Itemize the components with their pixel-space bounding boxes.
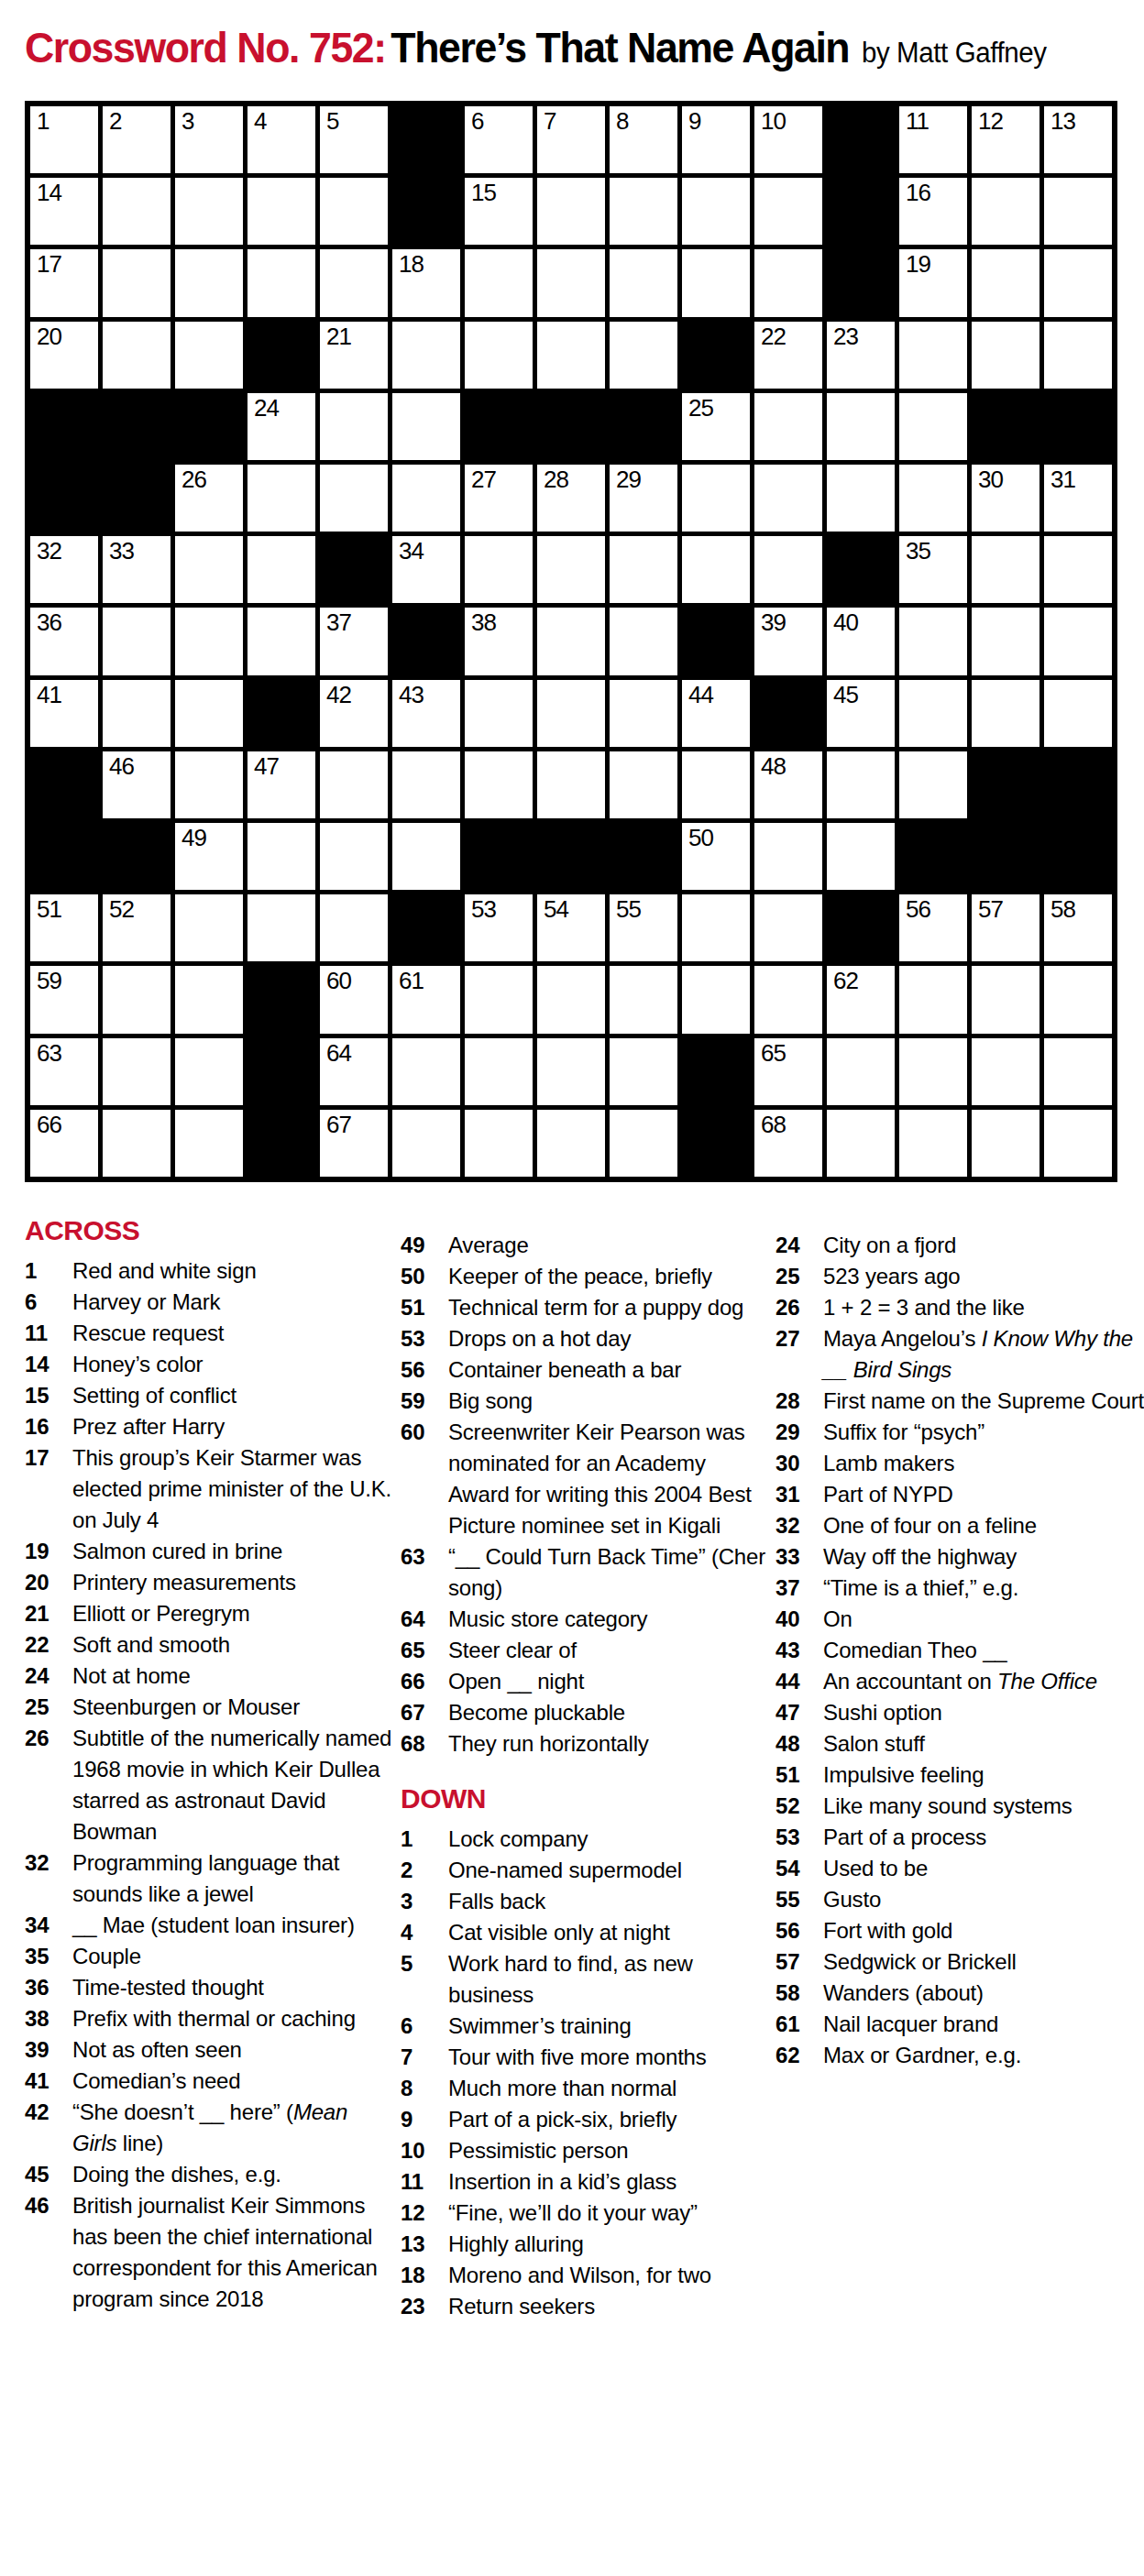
cell-r10c12[interactable] [827,751,895,818]
cell-number: 66 [37,1112,61,1138]
cell-r11c5[interactable] [320,823,388,890]
cell-r5c6[interactable] [392,393,460,460]
cell-r2c8[interactable] [537,178,605,245]
clues-column-2: 49Average50Keeper of the peace, briefly5… [401,1215,769,2322]
cell-r1c1[interactable]: 1 [30,106,98,173]
cell-r10c5[interactable] [320,751,388,818]
cell-r8c13[interactable] [899,608,967,674]
cell-r10c3[interactable] [175,751,243,818]
cell-r6c9[interactable]: 29 [610,465,677,532]
cell-r15c12[interactable] [827,1110,895,1177]
black-cell-r4c10 [682,322,750,389]
cell-number: 54 [544,896,568,923]
cell-r3c10[interactable] [682,249,750,316]
clue-number: 15 [25,1380,72,1411]
cell-number: 44 [688,682,713,708]
cell-r12c4[interactable] [247,894,315,961]
cell-r1c15[interactable]: 13 [1044,106,1112,173]
cell-r15c9[interactable] [610,1110,677,1177]
cell-r14c11[interactable]: 65 [754,1038,822,1105]
cell-r13c11[interactable] [754,966,822,1033]
clue-number: 48 [775,1728,823,1759]
cell-r15c8[interactable] [537,1110,605,1177]
cell-r1c11[interactable]: 10 [754,106,822,173]
clue-number: 59 [401,1386,448,1417]
clue-text: Cat visible only at night [448,1917,769,1948]
clue-across-35: 35Couple [25,1941,393,1972]
cell-r8c8[interactable] [537,608,605,674]
cell-r13c10[interactable] [682,966,750,1033]
clue-across-1: 1Red and white sign [25,1255,393,1287]
clue-number: 18 [401,2260,448,2291]
cell-number: 27 [471,466,496,493]
cell-r4c3[interactable] [175,322,243,389]
cell-r7c3[interactable] [175,536,243,603]
cell-r4c5[interactable]: 21 [320,322,388,389]
clue-number: 24 [25,1661,72,1692]
cell-r7c6[interactable]: 34 [392,536,460,603]
cell-r3c8[interactable] [537,249,605,316]
cell-r7c15[interactable] [1044,536,1112,603]
cell-r2c10[interactable] [682,178,750,245]
clue-number: 54 [775,1853,823,1884]
clue-number: 20 [25,1567,72,1598]
cell-number: 59 [37,968,61,994]
cell-r7c8[interactable] [537,536,605,603]
cell-r10c13[interactable] [899,751,967,818]
cell-r9c1[interactable]: 41 [30,680,98,747]
cell-r14c3[interactable] [175,1038,243,1105]
cell-r11c4[interactable] [247,823,315,890]
cell-r11c11[interactable] [754,823,822,890]
clue-number: 50 [401,1261,448,1292]
cell-number: 40 [833,609,858,636]
clue-text: Setting of conflict [72,1380,393,1411]
cell-r8c2[interactable] [103,608,170,674]
cell-number: 19 [906,251,930,278]
cell-r14c5[interactable]: 64 [320,1038,388,1105]
cell-r10c4[interactable]: 47 [247,751,315,818]
cell-r6c11[interactable] [754,465,822,532]
cell-r13c15[interactable] [1044,966,1112,1033]
cell-r13c8[interactable] [537,966,605,1033]
cell-r11c6[interactable] [392,823,460,890]
clue-number: 39 [25,2034,72,2066]
clue-number: 22 [25,1629,72,1661]
cell-number: 36 [37,609,61,636]
cell-r12c2[interactable]: 52 [103,894,170,961]
cell-r13c2[interactable] [103,966,170,1033]
cell-r1c14[interactable]: 12 [972,106,1039,173]
cell-r4c14[interactable] [972,322,1039,389]
black-cell-r13c4 [247,966,315,1033]
cell-r12c7[interactable]: 53 [465,894,533,961]
cell-number: 22 [761,323,786,350]
clue-text: Swimmer’s training [448,2011,769,2042]
cell-r15c11[interactable]: 68 [754,1110,822,1177]
cell-r15c1[interactable]: 66 [30,1110,98,1177]
clue-number: 19 [25,1536,72,1567]
clue-across-53: 53Part of a process [775,1822,1144,1853]
cell-r8c9[interactable] [610,608,677,674]
cell-r7c2[interactable]: 33 [103,536,170,603]
cell-r9c9[interactable] [610,680,677,747]
cell-r6c14[interactable]: 30 [972,465,1039,532]
cell-r14c12[interactable] [827,1038,895,1105]
black-cell-r9c11 [754,680,822,747]
clue-across-6: 6Harvey or Mark [25,1287,393,1318]
cell-r1c4[interactable]: 4 [247,106,315,173]
clue-text: Highly alluring [448,2229,769,2260]
cell-number: 34 [399,538,423,565]
cell-r3c9[interactable] [610,249,677,316]
cell-r8c1[interactable]: 36 [30,608,98,674]
cell-r2c15[interactable] [1044,178,1112,245]
cell-r5c4[interactable]: 24 [247,393,315,460]
cell-r1c10[interactable]: 9 [682,106,750,173]
cell-r3c5[interactable] [320,249,388,316]
clue-number: 40 [775,1604,823,1635]
cell-r12c13[interactable]: 56 [899,894,967,961]
black-cell-r12c12 [827,894,895,961]
cell-r5c11[interactable] [754,393,822,460]
cell-r3c7[interactable] [465,249,533,316]
cell-r6c10[interactable] [682,465,750,532]
clue-text: Much more than normal [448,2073,769,2104]
cell-r2c14[interactable] [972,178,1039,245]
clue-text: Prefix with thermal or caching [72,2003,393,2034]
cell-r12c9[interactable]: 55 [610,894,677,961]
cell-r15c2[interactable] [103,1110,170,1177]
cell-r8c14[interactable] [972,608,1039,674]
cell-r14c2[interactable] [103,1038,170,1105]
cell-r9c7[interactable] [465,680,533,747]
cell-number: 42 [326,682,351,708]
cell-r1c2[interactable]: 2 [103,106,170,173]
black-cell-r12c6 [392,894,460,961]
clue-across-61: 61Nail lacquer brand [775,2009,1144,2040]
cell-r4c13[interactable] [899,322,967,389]
cell-r13c3[interactable] [175,966,243,1033]
cell-r3c6[interactable]: 18 [392,249,460,316]
clue-text: “__ Could Turn Back Time” (Cher song) [448,1541,769,1604]
cell-r4c1[interactable]: 20 [30,322,98,389]
cell-r9c10[interactable]: 44 [682,680,750,747]
clue-text: 523 years ago [823,1261,1144,1292]
cell-r13c9[interactable] [610,966,677,1033]
cell-number: 46 [109,753,134,780]
cell-r14c8[interactable] [537,1038,605,1105]
clue-text: Insertion in a kid’s glass [448,2166,769,2198]
cell-r2c5[interactable] [320,178,388,245]
clue-text: Doing the dishes, e.g. [72,2159,393,2190]
cell-r15c14[interactable] [972,1110,1039,1177]
cell-number: 68 [761,1112,786,1138]
cell-r3c15[interactable] [1044,249,1112,316]
clue-text: Lamb makers [823,1448,1144,1479]
clue-number: 30 [775,1448,823,1479]
cell-r15c15[interactable] [1044,1110,1112,1177]
cell-r7c10[interactable] [682,536,750,603]
black-cell-r10c15 [1044,751,1112,818]
clue-down-6: 6Swimmer’s training [401,2011,769,2042]
cell-r8c4[interactable] [247,608,315,674]
clue-across-48: 48Salon stuff [775,1728,1144,1759]
cell-r4c15[interactable] [1044,322,1112,389]
cell-r11c12[interactable] [827,823,895,890]
cell-r9c2[interactable] [103,680,170,747]
clue-number: 9 [401,2104,448,2135]
cell-number: 25 [688,395,713,422]
cell-r13c14[interactable] [972,966,1039,1033]
cell-r2c11[interactable] [754,178,822,245]
cell-number: 50 [688,825,713,851]
cell-r14c14[interactable] [972,1038,1039,1105]
cell-number: 21 [326,323,351,350]
cell-r9c12[interactable]: 45 [827,680,895,747]
cell-r4c9[interactable] [610,322,677,389]
clue-across-24: 24Not at home [25,1661,393,1692]
cell-r6c15[interactable]: 31 [1044,465,1112,532]
cell-r4c11[interactable]: 22 [754,322,822,389]
clue-text: Not at home [72,1661,393,1692]
cell-r15c13[interactable] [899,1110,967,1177]
cell-r6c12[interactable] [827,465,895,532]
cell-number: 28 [544,466,568,493]
cell-r10c8[interactable] [537,751,605,818]
cell-r2c13[interactable]: 16 [899,178,967,245]
clue-across-54: 54Used to be [775,1853,1144,1884]
black-cell-r14c10 [682,1038,750,1105]
cell-r10c2[interactable]: 46 [103,751,170,818]
clue-number: 42 [25,2097,72,2159]
clue-across-15: 15Setting of conflict [25,1380,393,1411]
cell-r12c15[interactable]: 58 [1044,894,1112,961]
clue-across-41: 41Comedian’s need [25,2066,393,2097]
cell-r9c3[interactable] [175,680,243,747]
cell-r8c7[interactable]: 38 [465,608,533,674]
cell-r2c4[interactable] [247,178,315,245]
cell-r14c7[interactable] [465,1038,533,1105]
clue-number: 1 [401,1824,448,1855]
cell-r1c3[interactable]: 3 [175,106,243,173]
clue-number: 26 [775,1292,823,1323]
black-cell-r6c1 [30,465,98,532]
clue-text: One of four on a feline [823,1510,1144,1541]
cell-r15c5[interactable]: 67 [320,1110,388,1177]
clue-number: 25 [25,1692,72,1723]
cell-r9c13[interactable] [899,680,967,747]
cell-r2c3[interactable] [175,178,243,245]
cell-r6c8[interactable]: 28 [537,465,605,532]
cell-r4c7[interactable] [465,322,533,389]
cell-r10c10[interactable] [682,751,750,818]
clue-number: 60 [401,1417,448,1541]
clue-across-36: 36Time-tested thought [25,1972,393,2003]
cell-r14c1[interactable]: 63 [30,1038,98,1105]
clue-number: 47 [775,1697,823,1728]
clue-across-26: 26Subtitle of the numerically named 1968… [25,1723,393,1847]
cell-r9c5[interactable]: 42 [320,680,388,747]
cell-r6c5[interactable] [320,465,388,532]
cell-r9c6[interactable]: 43 [392,680,460,747]
cell-number: 67 [326,1112,351,1138]
clue-text: Pessimistic person [448,2135,769,2166]
clue-number: 29 [775,1417,823,1448]
cell-r4c6[interactable] [392,322,460,389]
cell-r5c12[interactable] [827,393,895,460]
clue-number: 3 [401,1886,448,1917]
cell-r13c6[interactable]: 61 [392,966,460,1033]
clue-text: Honey’s color [72,1349,393,1380]
cell-number: 5 [326,108,338,135]
cell-r3c13[interactable]: 19 [899,249,967,316]
cell-number: 17 [37,251,61,278]
cell-r7c11[interactable] [754,536,822,603]
clue-number: 13 [401,2229,448,2260]
cell-r12c1[interactable]: 51 [30,894,98,961]
clue-text: One-named supermodel [448,1855,769,1886]
clue-text: Sedgwick or Brickell [823,1946,1144,1978]
cell-r3c1[interactable]: 17 [30,249,98,316]
cell-r14c15[interactable] [1044,1038,1112,1105]
clue-across-67: 67Become pluckable [401,1697,769,1728]
cell-r12c14[interactable]: 57 [972,894,1039,961]
cell-number: 65 [761,1040,786,1067]
black-cell-r11c2 [103,823,170,890]
cell-r3c4[interactable] [247,249,315,316]
black-cell-r7c5 [320,536,388,603]
cell-r5c13[interactable] [899,393,967,460]
cell-r9c14[interactable] [972,680,1039,747]
clue-text: Comedian’s need [72,2066,393,2097]
clue-text: Rescue request [72,1318,393,1349]
clue-text: Way off the highway [823,1541,1144,1573]
clue-text: Work hard to find, as new business [448,1948,769,2011]
cell-r9c15[interactable] [1044,680,1112,747]
cell-r14c13[interactable] [899,1038,967,1105]
cell-r12c8[interactable]: 54 [537,894,605,961]
cell-r2c9[interactable] [610,178,677,245]
cell-r15c3[interactable] [175,1110,243,1177]
cell-r6c7[interactable]: 27 [465,465,533,532]
clue-across-68: 68They run horizontally [401,1728,769,1759]
cell-r8c11[interactable]: 39 [754,608,822,674]
cell-r8c3[interactable] [175,608,243,674]
cell-r2c2[interactable] [103,178,170,245]
cell-r7c7[interactable] [465,536,533,603]
cell-r4c12[interactable]: 23 [827,322,895,389]
cell-r11c10[interactable]: 50 [682,823,750,890]
clue-number: 43 [775,1635,823,1666]
clue-text: 1 + 2 = 3 and the like [823,1292,1144,1323]
cell-r1c8[interactable]: 7 [537,106,605,173]
cell-r13c13[interactable] [899,966,967,1033]
cell-r3c3[interactable] [175,249,243,316]
clue-down-2: 2One-named supermodel [401,1855,769,1886]
cell-r3c11[interactable] [754,249,822,316]
cell-r2c7[interactable]: 15 [465,178,533,245]
cell-r8c12[interactable]: 40 [827,608,895,674]
black-cell-r10c14 [972,751,1039,818]
cell-r7c1[interactable]: 32 [30,536,98,603]
cell-r6c6[interactable] [392,465,460,532]
clue-number: 53 [401,1323,448,1354]
clue-number: 27 [775,1323,823,1386]
cell-number: 33 [109,538,134,565]
cell-r9c8[interactable] [537,680,605,747]
cell-r13c12[interactable]: 62 [827,966,895,1033]
clue-text: Comedian Theo __ [823,1635,1144,1666]
cell-r12c10[interactable] [682,894,750,961]
cell-r10c6[interactable] [392,751,460,818]
black-cell-r4c4 [247,322,315,389]
clue-across-25: 25523 years ago [775,1261,1144,1292]
cell-r1c7[interactable]: 6 [465,106,533,173]
cell-r5c10[interactable]: 25 [682,393,750,460]
cell-r3c2[interactable] [103,249,170,316]
cell-r13c1[interactable]: 59 [30,966,98,1033]
clue-text: Programming language that sounds like a … [72,1847,393,1910]
cell-r14c9[interactable] [610,1038,677,1105]
puzzle-number-label: Crossword No. 752: [25,23,386,71]
cell-r6c4[interactable] [247,465,315,532]
cell-r13c5[interactable]: 60 [320,966,388,1033]
black-cell-r1c12 [827,106,895,173]
cell-r2c1[interactable]: 14 [30,178,98,245]
cell-r1c9[interactable]: 8 [610,106,677,173]
cell-r3c14[interactable] [972,249,1039,316]
cell-number: 18 [399,251,423,278]
cell-r10c11[interactable]: 48 [754,751,822,818]
cell-r10c9[interactable] [610,751,677,818]
cell-r6c3[interactable]: 26 [175,465,243,532]
cell-r12c5[interactable] [320,894,388,961]
cell-r15c7[interactable] [465,1110,533,1177]
cell-r12c11[interactable] [754,894,822,961]
cell-r7c13[interactable]: 35 [899,536,967,603]
cell-r8c5[interactable]: 37 [320,608,388,674]
clue-text: Not as often seen [72,2034,393,2066]
across-header: ACROSS [25,1215,393,1246]
clue-across-32: 32Programming language that sounds like … [25,1847,393,1910]
clue-text: Part of a pick-six, briefly [448,2104,769,2135]
cell-r6c13[interactable] [899,465,967,532]
cell-r14c6[interactable] [392,1038,460,1105]
cell-r13c7[interactable] [465,966,533,1033]
cell-r5c5[interactable] [320,393,388,460]
cell-r7c14[interactable] [972,536,1039,603]
cell-r8c15[interactable] [1044,608,1112,674]
clue-text: Salon stuff [823,1728,1144,1759]
clue-text: Prez after Harry [72,1411,393,1442]
clue-down-23: 23Return seekers [401,2291,769,2322]
cell-r7c9[interactable] [610,536,677,603]
clue-number: 36 [25,1972,72,2003]
cell-r4c2[interactable] [103,322,170,389]
cell-r10c7[interactable] [465,751,533,818]
cell-r11c3[interactable]: 49 [175,823,243,890]
cell-r7c4[interactable] [247,536,315,603]
cell-r1c5[interactable]: 5 [320,106,388,173]
cell-r12c3[interactable] [175,894,243,961]
cell-r1c13[interactable]: 11 [899,106,967,173]
clue-number: 63 [401,1541,448,1604]
cell-r4c8[interactable] [537,322,605,389]
cell-r15c6[interactable] [392,1110,460,1177]
clue-across-56: 56Container beneath a bar [401,1354,769,1386]
clues-column-3: 24City on a fjord25523 years ago261 + 2 … [775,1215,1144,2071]
